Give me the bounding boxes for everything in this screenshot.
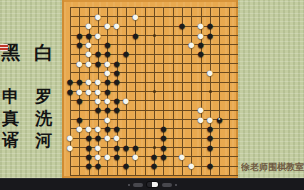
white-player-name: 罗洗河 <box>35 86 52 152</box>
watermark-text: 徐老师围棋教室 <box>241 161 304 174</box>
black-stone: ● <box>121 49 131 59</box>
star-point <box>153 34 156 37</box>
black-stone: ● <box>93 161 103 171</box>
video-frame[interactable]: 黑 申真谞 白 罗洗河 ●●●●●●●●●●●●●●●●●●●●●●●●●●●●… <box>0 0 304 190</box>
black-stone-last-move: ●● <box>214 114 224 124</box>
grid-vline <box>229 7 230 175</box>
last-move-marker: ● <box>218 117 220 121</box>
white-stone: ● <box>112 21 122 31</box>
black-stone: ● <box>196 49 206 59</box>
right-info-panel <box>238 0 304 178</box>
white-stone: ● <box>205 67 215 77</box>
video-control-bar <box>0 178 304 190</box>
black-stone: ● <box>130 30 140 40</box>
black-stone: ● <box>112 105 122 115</box>
white-stone: ● <box>130 11 140 21</box>
black-stone: ● <box>121 161 131 171</box>
black-stone: ● <box>149 161 159 171</box>
prev-dot-icon[interactable] <box>128 184 130 186</box>
progress-pill-left[interactable] <box>133 183 143 187</box>
black-stone: ● <box>112 77 122 87</box>
black-player-name: 申真谞 <box>2 86 19 152</box>
white-stone: ● <box>130 151 140 161</box>
white-stone: ● <box>121 95 131 105</box>
go-board: ●●●●●●●●●●●●●●●●●●●●●●●●●●●●●●●●●●●●●●●●… <box>62 0 238 178</box>
grid-vline <box>191 7 192 175</box>
grid-vline <box>173 7 174 175</box>
left-info-panel: 黑 申真谞 白 罗洗河 <box>0 0 62 178</box>
next-dot-icon[interactable] <box>175 184 177 186</box>
star-point <box>209 90 212 93</box>
black-stone: ● <box>177 21 187 31</box>
playhead-toggle[interactable] <box>146 181 159 188</box>
white-stone: ● <box>186 161 196 171</box>
black-stone: ● <box>74 95 84 105</box>
red-badge <box>0 44 8 51</box>
grid-vline <box>219 7 220 175</box>
white-color-label: 白 <box>34 42 53 64</box>
progress-pill-right[interactable] <box>162 183 172 187</box>
black-stone: ● <box>205 142 215 152</box>
black-stone: ● <box>205 30 215 40</box>
black-stone: ● <box>205 161 215 171</box>
grid-hline <box>70 175 238 176</box>
black-stone: ● <box>158 151 168 161</box>
white-stone: ● <box>65 142 75 152</box>
star-point <box>153 90 156 93</box>
